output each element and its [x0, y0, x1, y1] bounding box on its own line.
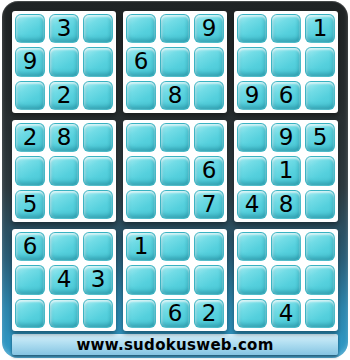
sudoku-cell-r4-c4[interactable]	[126, 123, 156, 152]
sudoku-cell-r2-c4[interactable]: 6	[126, 47, 156, 76]
sudoku-cell-r5-c8[interactable]: 1	[271, 156, 301, 185]
cell-digit: 6	[23, 235, 38, 258]
sudoku-box-3-1: 643	[12, 229, 116, 331]
cell-digit: 9	[23, 50, 38, 73]
sudoku-box-3-2: 162	[123, 229, 227, 331]
sudoku-cell-r6-c4[interactable]	[126, 190, 156, 219]
sudoku-cell-r8-c4[interactable]	[126, 265, 156, 294]
sudoku-cell-r5-c9[interactable]	[305, 156, 335, 185]
cell-digit: 8	[57, 126, 72, 149]
sudoku-cell-r9-c9[interactable]	[305, 299, 335, 328]
sudoku-cell-r3-c2[interactable]: 2	[49, 81, 79, 110]
sudoku-cell-r9-c1[interactable]	[15, 299, 45, 328]
sudoku-cell-r1-c4[interactable]	[126, 14, 156, 43]
sudoku-cell-r5-c7[interactable]	[237, 156, 267, 185]
cell-digit: 1	[134, 235, 149, 258]
footer-bar: www.sudokusweb.com	[12, 334, 338, 355]
cell-digit: 8	[279, 193, 294, 216]
cell-digit: 7	[202, 193, 217, 216]
sudoku-cell-r4-c6[interactable]	[194, 123, 224, 152]
sudoku-cell-r5-c1[interactable]	[15, 156, 45, 185]
sudoku-cell-r2-c6[interactable]	[194, 47, 224, 76]
site-url: www.sudokusweb.com	[76, 336, 273, 354]
sudoku-cell-r4-c8[interactable]: 9	[271, 123, 301, 152]
sudoku-page: 39296819628567951486431624 www.sudokuswe…	[0, 0, 350, 360]
cell-digit: 9	[279, 126, 294, 149]
sudoku-cell-r8-c7[interactable]	[237, 265, 267, 294]
sudoku-cell-r7-c4[interactable]: 1	[126, 232, 156, 261]
cell-digit: 3	[91, 268, 106, 291]
sudoku-cell-r7-c2[interactable]	[49, 232, 79, 261]
sudoku-cell-r8-c8[interactable]	[271, 265, 301, 294]
sudoku-cell-r6-c8[interactable]: 8	[271, 190, 301, 219]
sudoku-cell-r4-c2[interactable]: 8	[49, 123, 79, 152]
sudoku-cell-r9-c2[interactable]	[49, 299, 79, 328]
sudoku-cell-r4-c9[interactable]: 5	[305, 123, 335, 152]
cell-digit: 5	[23, 193, 38, 216]
sudoku-cell-r3-c5[interactable]: 8	[160, 81, 190, 110]
sudoku-cell-r1-c3[interactable]	[83, 14, 113, 43]
cell-digit: 9	[245, 84, 260, 107]
sudoku-cell-r3-c7[interactable]: 9	[237, 81, 267, 110]
cell-digit: 5	[313, 126, 328, 149]
sudoku-box-3-3: 4	[234, 229, 338, 331]
sudoku-cell-r7-c6[interactable]	[194, 232, 224, 261]
sudoku-cell-r7-c8[interactable]	[271, 232, 301, 261]
sudoku-cell-r7-c5[interactable]	[160, 232, 190, 261]
sudoku-cell-r5-c5[interactable]	[160, 156, 190, 185]
sudoku-cell-r3-c9[interactable]	[305, 81, 335, 110]
sudoku-cell-r8-c2[interactable]: 4	[49, 265, 79, 294]
sudoku-box-2-1: 285	[12, 120, 116, 222]
cell-digit: 9	[202, 17, 217, 40]
sudoku-cell-r4-c3[interactable]	[83, 123, 113, 152]
sudoku-cell-r7-c1[interactable]: 6	[15, 232, 45, 261]
sudoku-cell-r7-c9[interactable]	[305, 232, 335, 261]
sudoku-cell-r5-c3[interactable]	[83, 156, 113, 185]
cell-digit: 4	[57, 268, 72, 291]
sudoku-cell-r1-c7[interactable]	[237, 14, 267, 43]
sudoku-cell-r6-c5[interactable]	[160, 190, 190, 219]
sudoku-cell-r9-c3[interactable]	[83, 299, 113, 328]
cell-digit: 6	[202, 159, 217, 182]
cell-digit: 4	[279, 302, 294, 325]
sudoku-cell-r3-c8[interactable]: 6	[271, 81, 301, 110]
sudoku-cell-r1-c1[interactable]	[15, 14, 45, 43]
sudoku-cell-r4-c5[interactable]	[160, 123, 190, 152]
sudoku-cell-r1-c6[interactable]: 9	[194, 14, 224, 43]
cell-digit: 4	[245, 193, 260, 216]
sudoku-box-2-2: 67	[123, 120, 227, 222]
sudoku-cell-r9-c8[interactable]: 4	[271, 299, 301, 328]
cell-digit: 6	[168, 302, 183, 325]
sudoku-cell-r4-c1[interactable]: 2	[15, 123, 45, 152]
sudoku-box-1-3: 196	[234, 11, 338, 113]
sudoku-grid: 39296819628567951486431624	[12, 11, 338, 331]
board-content: 39296819628567951486431624 www.sudokuswe…	[12, 11, 338, 355]
sudoku-cell-r6-c9[interactable]	[305, 190, 335, 219]
cell-digit: 6	[134, 50, 149, 73]
sudoku-cell-r5-c6[interactable]: 6	[194, 156, 224, 185]
sudoku-cell-r6-c3[interactable]	[83, 190, 113, 219]
sudoku-cell-r1-c5[interactable]	[160, 14, 190, 43]
sudoku-cell-r7-c7[interactable]	[237, 232, 267, 261]
cell-digit: 1	[313, 17, 328, 40]
sudoku-cell-r9-c4[interactable]	[126, 299, 156, 328]
sudoku-cell-r2-c8[interactable]	[271, 47, 301, 76]
sudoku-cell-r3-c1[interactable]	[15, 81, 45, 110]
sudoku-box-2-3: 95148	[234, 120, 338, 222]
sudoku-cell-r6-c7[interactable]: 4	[237, 190, 267, 219]
sudoku-cell-r2-c1[interactable]: 9	[15, 47, 45, 76]
sudoku-cell-r9-c5[interactable]: 6	[160, 299, 190, 328]
sudoku-cell-r8-c1[interactable]	[15, 265, 45, 294]
sudoku-cell-r1-c8[interactable]	[271, 14, 301, 43]
sudoku-cell-r5-c4[interactable]	[126, 156, 156, 185]
cell-digit: 2	[57, 84, 72, 107]
sudoku-cell-r1-c9[interactable]: 1	[305, 14, 335, 43]
sudoku-cell-r6-c1[interactable]: 5	[15, 190, 45, 219]
sudoku-cell-r4-c7[interactable]	[237, 123, 267, 152]
cell-digit: 6	[279, 84, 294, 107]
sudoku-cell-r2-c5[interactable]	[160, 47, 190, 76]
sudoku-cell-r1-c2[interactable]: 3	[49, 14, 79, 43]
sudoku-box-1-1: 392	[12, 11, 116, 113]
cell-digit: 2	[202, 302, 217, 325]
sudoku-cell-r8-c3[interactable]: 3	[83, 265, 113, 294]
sudoku-cell-r2-c9[interactable]	[305, 47, 335, 76]
cell-digit: 1	[279, 159, 294, 182]
sudoku-cell-r6-c6[interactable]: 7	[194, 190, 224, 219]
cell-digit: 8	[168, 84, 183, 107]
sudoku-cell-r3-c4[interactable]	[126, 81, 156, 110]
sudoku-cell-r5-c2[interactable]	[49, 156, 79, 185]
sudoku-cell-r8-c6[interactable]	[194, 265, 224, 294]
sudoku-cell-r9-c6[interactable]: 2	[194, 299, 224, 328]
sudoku-cell-r8-c9[interactable]	[305, 265, 335, 294]
sudoku-box-1-2: 968	[123, 11, 227, 113]
sudoku-cell-r3-c6[interactable]	[194, 81, 224, 110]
sudoku-cell-r2-c2[interactable]	[49, 47, 79, 76]
cell-digit: 2	[23, 126, 38, 149]
sudoku-cell-r3-c3[interactable]	[83, 81, 113, 110]
sudoku-cell-r6-c2[interactable]	[49, 190, 79, 219]
sudoku-cell-r9-c7[interactable]	[237, 299, 267, 328]
sudoku-cell-r2-c3[interactable]	[83, 47, 113, 76]
sudoku-cell-r8-c5[interactable]	[160, 265, 190, 294]
sudoku-cell-r7-c3[interactable]	[83, 232, 113, 261]
sudoku-cell-r2-c7[interactable]	[237, 47, 267, 76]
cell-digit: 3	[57, 17, 72, 40]
